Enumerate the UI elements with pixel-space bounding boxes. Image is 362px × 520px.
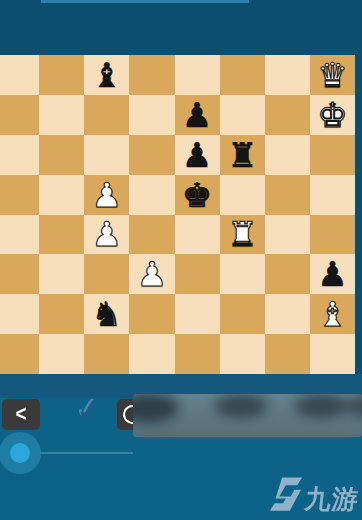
square-a1[interactable] bbox=[0, 334, 39, 374]
square-a2[interactable] bbox=[0, 294, 39, 334]
square-c4[interactable]: ♟ bbox=[84, 215, 129, 255]
square-d6[interactable] bbox=[129, 135, 174, 175]
square-f2[interactable] bbox=[220, 294, 265, 334]
square-b8[interactable] bbox=[39, 55, 84, 95]
square-c8[interactable]: ♝ bbox=[84, 55, 129, 95]
square-g7[interactable] bbox=[265, 95, 310, 135]
square-f7[interactable] bbox=[220, 95, 265, 135]
square-c1[interactable] bbox=[84, 334, 129, 374]
square-d4[interactable] bbox=[129, 215, 174, 255]
watermark-logo-text: 九游 bbox=[303, 482, 361, 517]
square-f3[interactable] bbox=[220, 254, 265, 294]
square-a5[interactable] bbox=[0, 175, 39, 215]
square-f6[interactable]: ♜ bbox=[220, 135, 265, 175]
piece-white-bishop: ♝ bbox=[310, 294, 355, 334]
square-g8[interactable] bbox=[265, 55, 310, 95]
piece-black-rook: ♜ bbox=[220, 135, 265, 175]
square-h7[interactable]: ♚ bbox=[310, 95, 355, 135]
square-e7[interactable]: ♟ bbox=[175, 95, 220, 135]
square-g4[interactable] bbox=[265, 215, 310, 255]
square-h8[interactable]: ♛ bbox=[310, 55, 355, 95]
piece-white-pawn: ♟ bbox=[129, 254, 174, 294]
square-h2[interactable]: ♝ bbox=[310, 294, 355, 334]
app-header bbox=[0, 0, 362, 55]
square-a4[interactable] bbox=[0, 215, 39, 255]
piece-black-pawn: ♟ bbox=[175, 135, 220, 175]
square-b4[interactable] bbox=[39, 215, 84, 255]
square-f5[interactable] bbox=[220, 175, 265, 215]
chess-board[interactable]: ♝♛♟♚♟♜♟♚♟♜♟♟♞♝ bbox=[0, 55, 355, 374]
square-e6[interactable]: ♟ bbox=[175, 135, 220, 175]
square-d2[interactable] bbox=[129, 294, 174, 334]
check-icon[interactable]: ✓ bbox=[75, 391, 103, 428]
square-b3[interactable] bbox=[39, 254, 84, 294]
jiuyou-logo-icon bbox=[267, 476, 303, 517]
board-right-frame bbox=[355, 55, 362, 374]
square-d7[interactable] bbox=[129, 95, 174, 135]
square-d5[interactable] bbox=[129, 175, 174, 215]
piece-white-pawn: ♟ bbox=[84, 175, 129, 215]
back-chevron-icon: < bbox=[15, 401, 26, 426]
square-e5[interactable]: ♚ bbox=[175, 175, 220, 215]
piece-black-pawn: ♟ bbox=[175, 95, 220, 135]
square-h1[interactable] bbox=[310, 334, 355, 374]
square-e1[interactable] bbox=[175, 334, 220, 374]
square-g1[interactable] bbox=[265, 334, 310, 374]
square-a3[interactable] bbox=[0, 254, 39, 294]
square-d3[interactable]: ♟ bbox=[129, 254, 174, 294]
square-f4[interactable]: ♜ bbox=[220, 215, 265, 255]
piece-white-queen: ♛ bbox=[310, 55, 355, 95]
square-c7[interactable] bbox=[84, 95, 129, 135]
piece-white-rook: ♜ bbox=[220, 215, 265, 255]
square-c5[interactable]: ♟ bbox=[84, 175, 129, 215]
square-g2[interactable] bbox=[265, 294, 310, 334]
piece-black-pawn: ♟ bbox=[310, 254, 355, 294]
square-b7[interactable] bbox=[39, 95, 84, 135]
square-c6[interactable] bbox=[84, 135, 129, 175]
square-a7[interactable] bbox=[0, 95, 39, 135]
square-a8[interactable] bbox=[0, 55, 39, 95]
square-g5[interactable] bbox=[265, 175, 310, 215]
square-c3[interactable] bbox=[84, 254, 129, 294]
square-b5[interactable] bbox=[39, 175, 84, 215]
watermark-logo: 九游 bbox=[267, 476, 359, 517]
square-f1[interactable] bbox=[220, 334, 265, 374]
piece-black-bishop: ♝ bbox=[84, 55, 129, 95]
square-h3[interactable]: ♟ bbox=[310, 254, 355, 294]
square-e8[interactable] bbox=[175, 55, 220, 95]
piece-white-pawn: ♟ bbox=[84, 215, 129, 255]
bottom-toolbar: < ✓ 九游 bbox=[0, 398, 362, 520]
square-a6[interactable] bbox=[0, 135, 39, 175]
piece-white-king: ♚ bbox=[310, 95, 355, 135]
square-d1[interactable] bbox=[129, 334, 174, 374]
square-e4[interactable] bbox=[175, 215, 220, 255]
square-e2[interactable] bbox=[175, 294, 220, 334]
square-b1[interactable] bbox=[39, 334, 84, 374]
square-h5[interactable] bbox=[310, 175, 355, 215]
progress-slider-track bbox=[40, 452, 133, 454]
piece-black-king: ♚ bbox=[175, 175, 220, 215]
blurred-content bbox=[133, 394, 362, 437]
header-accent-line bbox=[41, 0, 249, 3]
square-f8[interactable] bbox=[220, 55, 265, 95]
blurred-toolbar-region bbox=[133, 394, 362, 437]
progress-slider-thumb-dot bbox=[10, 443, 30, 463]
square-b6[interactable] bbox=[39, 135, 84, 175]
back-button[interactable]: < bbox=[2, 399, 40, 430]
square-g3[interactable] bbox=[265, 254, 310, 294]
square-h4[interactable] bbox=[310, 215, 355, 255]
square-d8[interactable] bbox=[129, 55, 174, 95]
piece-black-knight: ♞ bbox=[84, 294, 129, 334]
square-c2[interactable]: ♞ bbox=[84, 294, 129, 334]
square-g6[interactable] bbox=[265, 135, 310, 175]
square-e3[interactable] bbox=[175, 254, 220, 294]
square-b2[interactable] bbox=[39, 294, 84, 334]
square-h6[interactable] bbox=[310, 135, 355, 175]
